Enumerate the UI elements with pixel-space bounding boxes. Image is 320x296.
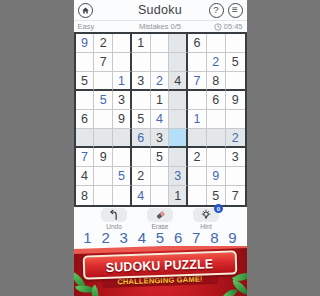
- header: Sudoku ? ≡: [74, 0, 247, 20]
- cell-r8c1[interactable]: 4: [76, 167, 95, 186]
- numpad-9[interactable]: 9: [227, 229, 239, 246]
- cell-r8c2[interactable]: [94, 167, 113, 186]
- cell-r3c4[interactable]: 3: [132, 72, 151, 91]
- cell-r4c1[interactable]: [76, 91, 95, 110]
- erase-button[interactable]: Erase: [145, 208, 175, 230]
- cell-r1c2[interactable]: 2: [94, 34, 113, 53]
- numpad-1[interactable]: 1: [82, 229, 94, 246]
- cell-r7c4[interactable]: [132, 148, 151, 167]
- cell-r8c9[interactable]: [226, 167, 245, 186]
- cell-r9c4[interactable]: 4: [132, 186, 151, 205]
- cell-r2c1[interactable]: [76, 53, 95, 72]
- numpad-7[interactable]: 7: [190, 229, 202, 246]
- question-icon: ?: [213, 5, 218, 15]
- status-bar: Easy Mistakes 0/5 05:45: [74, 20, 247, 32]
- cell-r5c2[interactable]: [94, 110, 113, 129]
- cell-r1c1[interactable]: 9: [76, 34, 95, 53]
- cell-r7c5[interactable]: 5: [151, 148, 170, 167]
- cell-r9c7[interactable]: [188, 186, 207, 205]
- cell-r5c9[interactable]: [226, 110, 245, 129]
- cell-r5c4[interactable]: 5: [132, 110, 151, 129]
- cell-r9c5[interactable]: [151, 186, 170, 205]
- cell-r5c1[interactable]: 6: [76, 110, 95, 129]
- cell-r5c5[interactable]: 4: [151, 110, 170, 129]
- cell-r2c9[interactable]: 5: [226, 53, 245, 72]
- cell-r5c3[interactable]: 9: [113, 110, 132, 129]
- cell-r8c6[interactable]: 3: [169, 167, 188, 186]
- cell-r2c7[interactable]: [188, 53, 207, 72]
- home-icon: [81, 6, 90, 15]
- cell-r3c2[interactable]: [94, 72, 113, 91]
- cell-r4c6[interactable]: [169, 91, 188, 110]
- ad-banner[interactable]: SUDOKU PUZZLE CHALLENGING GAME!: [74, 246, 247, 296]
- home-button[interactable]: [78, 3, 93, 18]
- cell-r4c7[interactable]: [188, 91, 207, 110]
- cell-r7c3[interactable]: [113, 148, 132, 167]
- cell-r2c4[interactable]: [132, 53, 151, 72]
- cell-r6c3[interactable]: [113, 129, 132, 148]
- cell-r2c6[interactable]: [169, 53, 188, 72]
- cell-r1c5[interactable]: [151, 34, 170, 53]
- hint-button[interactable]: 0 Hint: [191, 208, 221, 230]
- cell-r7c7[interactable]: 2: [188, 148, 207, 167]
- cell-r4c3[interactable]: 3: [113, 91, 132, 110]
- cell-r6c8[interactable]: [207, 129, 226, 148]
- cell-r2c5[interactable]: [151, 53, 170, 72]
- cell-r6c1[interactable]: [76, 129, 95, 148]
- menu-button[interactable]: ≡: [228, 3, 243, 18]
- cell-r6c2[interactable]: [94, 129, 113, 148]
- cell-r9c3[interactable]: [113, 186, 132, 205]
- cell-r6c7[interactable]: [188, 129, 207, 148]
- cell-r1c4[interactable]: 1: [132, 34, 151, 53]
- hint-count-badge: 0: [214, 204, 223, 213]
- cell-r2c2[interactable]: 7: [94, 53, 113, 72]
- cell-r4c2[interactable]: 5: [94, 91, 113, 110]
- cell-r1c3[interactable]: [113, 34, 132, 53]
- cell-r5c6[interactable]: [169, 110, 188, 129]
- number-pad: 123456789: [74, 229, 247, 246]
- numpad-5[interactable]: 5: [154, 229, 166, 246]
- clock-icon: [214, 23, 222, 31]
- cell-r3c7[interactable]: 7: [188, 72, 207, 91]
- sudoku-grid: 9216725513247853169695416327952345239841…: [74, 32, 247, 207]
- cell-r1c7[interactable]: 6: [188, 34, 207, 53]
- cell-r6c9[interactable]: 2: [226, 129, 245, 148]
- numpad-6[interactable]: 6: [172, 229, 184, 246]
- cell-r2c8[interactable]: 2: [207, 53, 226, 72]
- cell-r5c8[interactable]: [207, 110, 226, 129]
- cell-r4c5[interactable]: 1: [151, 91, 170, 110]
- cell-r8c3[interactable]: 5: [113, 167, 132, 186]
- undo-icon: [108, 209, 120, 221]
- timer: 05:45: [214, 22, 243, 31]
- cell-r6c4[interactable]: 6: [132, 129, 151, 148]
- sudoku-app: Sudoku ? ≡ Easy Mistakes 0/5 05:45 92167…: [74, 0, 247, 296]
- banner-title: SUDOKU PUZZLE: [106, 256, 214, 275]
- lightbulb-icon: [200, 209, 212, 221]
- numpad-4[interactable]: 4: [136, 229, 148, 246]
- cell-r1c9[interactable]: [226, 34, 245, 53]
- cell-r9c6[interactable]: 1: [169, 186, 188, 205]
- cell-r1c6[interactable]: [169, 34, 188, 53]
- cell-r3c6[interactable]: 4: [169, 72, 188, 91]
- cell-r4c9[interactable]: 9: [226, 91, 245, 110]
- eraser-icon: [154, 209, 167, 221]
- cell-r7c9[interactable]: 3: [226, 148, 245, 167]
- cell-r8c8[interactable]: 9: [207, 167, 226, 186]
- cell-r3c3[interactable]: 1: [113, 72, 132, 91]
- cell-r9c9[interactable]: 7: [226, 186, 245, 205]
- cell-r5c7[interactable]: 1: [188, 110, 207, 129]
- toolbar: Undo Erase 0 Hint: [74, 208, 247, 230]
- cell-r9c1[interactable]: 8: [76, 186, 95, 205]
- numpad-8[interactable]: 8: [208, 229, 220, 246]
- numpad-3[interactable]: 3: [118, 229, 130, 246]
- cell-r2c3[interactable]: [113, 53, 132, 72]
- cell-r6c5[interactable]: 3: [151, 129, 170, 148]
- help-button[interactable]: ?: [209, 3, 224, 18]
- cell-r3c5[interactable]: 2: [151, 72, 170, 91]
- cell-r7c2[interactable]: 9: [94, 148, 113, 167]
- cell-r3c8[interactable]: 8: [207, 72, 226, 91]
- undo-button[interactable]: Undo: [99, 208, 129, 230]
- cell-r7c1[interactable]: 7: [76, 148, 95, 167]
- cell-r4c4[interactable]: [132, 91, 151, 110]
- cell-r4c8[interactable]: 6: [207, 91, 226, 110]
- cell-r3c1[interactable]: 5: [76, 72, 95, 91]
- numpad-2[interactable]: 2: [100, 229, 112, 246]
- cell-r9c2[interactable]: [94, 186, 113, 205]
- cell-r8c5[interactable]: [151, 167, 170, 186]
- cell-r6c6[interactable]: [169, 129, 188, 148]
- cell-r3c9[interactable]: [226, 72, 245, 91]
- cell-r8c7[interactable]: [188, 167, 207, 186]
- cell-r1c8[interactable]: [207, 34, 226, 53]
- cell-r8c4[interactable]: 2: [132, 167, 151, 186]
- cell-r7c6[interactable]: [169, 148, 188, 167]
- timer-value: 05:45: [224, 22, 243, 31]
- hamburger-icon: ≡: [232, 5, 238, 15]
- cell-r7c8[interactable]: [207, 148, 226, 167]
- cell-r9c8[interactable]: 5: [207, 186, 226, 205]
